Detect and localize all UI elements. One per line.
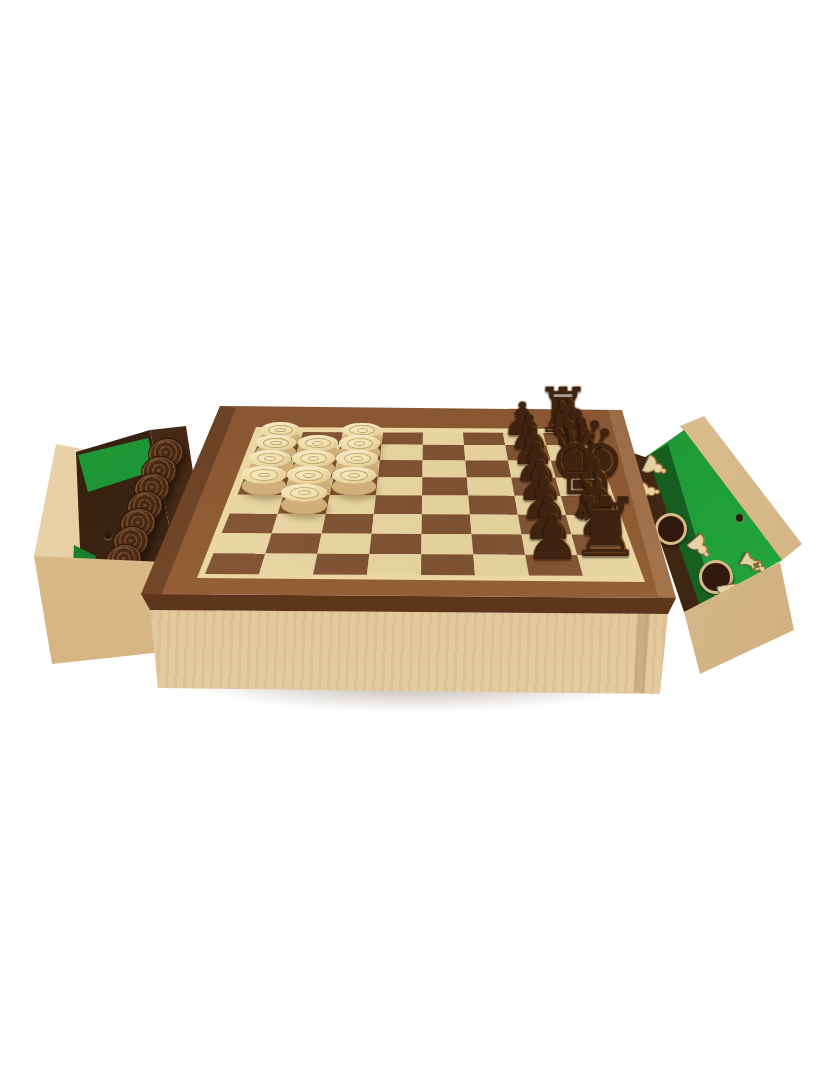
light-checker-r3c1 bbox=[287, 466, 331, 484]
light-checker-r4c1 bbox=[281, 484, 327, 502]
checker-ring bbox=[354, 441, 365, 446]
light-checker-r3c2 bbox=[332, 467, 376, 485]
light-checker-r2c0 bbox=[249, 450, 291, 467]
product-photo-stage: ♟♟♟♟♝ ♟♜♟♞♟♝♟♛♟♚♟♝♟♞♟♜ bbox=[0, 0, 830, 1080]
light-checker-r1c0 bbox=[256, 435, 297, 451]
checker-ring bbox=[264, 456, 276, 461]
light-checker-r2c1 bbox=[292, 450, 334, 467]
checker-ring bbox=[357, 428, 368, 432]
light-checker-r1c1 bbox=[298, 435, 339, 451]
checker-ring bbox=[312, 441, 323, 446]
light-checker-r3c0 bbox=[242, 466, 286, 484]
board-pieces: ♟♜♟♞♟♝♟♛♟♚♟♝♟♞♟♜ bbox=[0, 0, 830, 1080]
checker-ring bbox=[348, 473, 360, 478]
checker-ring bbox=[303, 473, 315, 478]
dark-rook-r7c7: ♜ bbox=[556, 487, 654, 569]
light-checker-r2c2 bbox=[336, 450, 378, 467]
light-checker-r1c2 bbox=[339, 435, 380, 451]
